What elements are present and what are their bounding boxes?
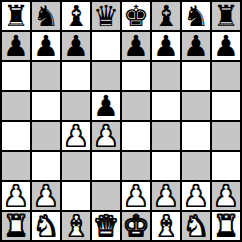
square-f3[interactable] [152, 152, 180, 180]
piece-black-pawn: ♟ [183, 32, 209, 60]
piece-black-pawn: ♟ [63, 32, 89, 60]
piece-white-pawn: ♟ [123, 182, 149, 210]
square-d6[interactable] [92, 62, 120, 90]
square-c4[interactable]: ♟ [62, 122, 90, 150]
square-e7[interactable]: ♟ [122, 32, 150, 60]
piece-black-knight: ♞ [183, 2, 209, 30]
square-g2[interactable]: ♟ [182, 182, 210, 210]
square-c7[interactable]: ♟ [62, 32, 90, 60]
piece-white-bishop: ♝ [153, 212, 179, 240]
square-d3[interactable] [92, 152, 120, 180]
piece-black-knight: ♞ [33, 2, 59, 30]
square-g8[interactable]: ♞ [182, 2, 210, 30]
square-h2[interactable]: ♟ [212, 182, 240, 210]
square-a8[interactable]: ♜ [2, 2, 30, 30]
square-g4[interactable] [182, 122, 210, 150]
square-h7[interactable]: ♟ [212, 32, 240, 60]
square-e4[interactable] [122, 122, 150, 150]
piece-black-pawn: ♟ [33, 32, 59, 60]
square-a3[interactable] [2, 152, 30, 180]
square-d2[interactable] [92, 182, 120, 210]
square-a5[interactable] [2, 92, 30, 120]
piece-black-rook: ♜ [213, 2, 239, 30]
square-b3[interactable] [32, 152, 60, 180]
square-g3[interactable] [182, 152, 210, 180]
piece-white-pawn: ♟ [3, 182, 29, 210]
square-d1[interactable]: ♛ [92, 212, 120, 240]
piece-black-pawn: ♟ [93, 92, 119, 120]
square-c5[interactable] [62, 92, 90, 120]
piece-white-pawn: ♟ [183, 182, 209, 210]
piece-black-pawn: ♟ [3, 32, 29, 60]
square-e6[interactable] [122, 62, 150, 90]
square-b1[interactable]: ♞ [32, 212, 60, 240]
square-c6[interactable] [62, 62, 90, 90]
square-e8[interactable]: ♚ [122, 2, 150, 30]
square-f1[interactable]: ♝ [152, 212, 180, 240]
piece-white-pawn: ♟ [153, 182, 179, 210]
square-h3[interactable] [212, 152, 240, 180]
square-g7[interactable]: ♟ [182, 32, 210, 60]
square-g6[interactable] [182, 62, 210, 90]
square-a4[interactable] [2, 122, 30, 150]
piece-white-king: ♚ [123, 212, 149, 240]
square-d5[interactable]: ♟ [92, 92, 120, 120]
piece-black-pawn: ♟ [213, 32, 239, 60]
piece-black-bishop: ♝ [63, 2, 89, 30]
square-h1[interactable]: ♜ [212, 212, 240, 240]
square-f2[interactable]: ♟ [152, 182, 180, 210]
square-f7[interactable]: ♟ [152, 32, 180, 60]
square-f8[interactable]: ♝ [152, 2, 180, 30]
piece-black-pawn: ♟ [153, 32, 179, 60]
square-h8[interactable]: ♜ [212, 2, 240, 30]
square-h5[interactable] [212, 92, 240, 120]
piece-black-pawn: ♟ [123, 32, 149, 60]
piece-white-bishop: ♝ [63, 212, 89, 240]
square-g5[interactable] [182, 92, 210, 120]
piece-white-knight: ♞ [33, 212, 59, 240]
square-e3[interactable] [122, 152, 150, 180]
square-f5[interactable] [152, 92, 180, 120]
square-a1[interactable]: ♜ [2, 212, 30, 240]
piece-black-king: ♚ [123, 2, 149, 30]
square-e5[interactable] [122, 92, 150, 120]
piece-black-rook: ♜ [3, 2, 29, 30]
square-a6[interactable] [2, 62, 30, 90]
square-a7[interactable]: ♟ [2, 32, 30, 60]
square-f6[interactable] [152, 62, 180, 90]
piece-white-pawn: ♟ [33, 182, 59, 210]
piece-white-pawn: ♟ [213, 182, 239, 210]
square-d8[interactable]: ♛ [92, 2, 120, 30]
square-d7[interactable] [92, 32, 120, 60]
chess-board: ♜♞♝♛♚♝♞♜♟♟♟♟♟♟♟♟♟♟♟♟♟♟♟♟♜♞♝♛♚♝♞♜ [0, 0, 242, 242]
piece-black-bishop: ♝ [153, 2, 179, 30]
square-g1[interactable]: ♞ [182, 212, 210, 240]
piece-white-knight: ♞ [183, 212, 209, 240]
square-c8[interactable]: ♝ [62, 2, 90, 30]
square-e1[interactable]: ♚ [122, 212, 150, 240]
piece-white-pawn: ♟ [63, 122, 89, 150]
square-f4[interactable] [152, 122, 180, 150]
piece-white-pawn: ♟ [93, 122, 119, 150]
piece-white-rook: ♜ [3, 212, 29, 240]
square-c2[interactable] [62, 182, 90, 210]
square-b7[interactable]: ♟ [32, 32, 60, 60]
square-c1[interactable]: ♝ [62, 212, 90, 240]
square-b6[interactable] [32, 62, 60, 90]
square-d4[interactable]: ♟ [92, 122, 120, 150]
square-e2[interactable]: ♟ [122, 182, 150, 210]
square-c3[interactable] [62, 152, 90, 180]
square-a2[interactable]: ♟ [2, 182, 30, 210]
square-b2[interactable]: ♟ [32, 182, 60, 210]
square-b8[interactable]: ♞ [32, 2, 60, 30]
square-b5[interactable] [32, 92, 60, 120]
square-h6[interactable] [212, 62, 240, 90]
piece-black-queen: ♛ [93, 2, 119, 30]
square-b4[interactable] [32, 122, 60, 150]
piece-white-rook: ♜ [213, 212, 239, 240]
square-h4[interactable] [212, 122, 240, 150]
piece-white-queen: ♛ [93, 212, 119, 240]
